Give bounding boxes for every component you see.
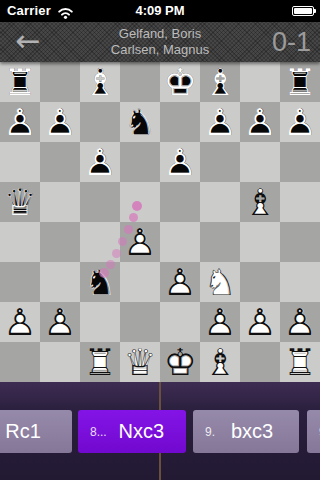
game-header: ← Gelfand, Boris Carlsen, Magnus 0-1 (0, 22, 320, 62)
square-d3[interactable] (120, 262, 160, 302)
players-title: Gelfand, Boris Carlsen, Magnus (60, 26, 260, 58)
square-c4[interactable] (80, 222, 120, 262)
piece-white-bishop[interactable]: ♝♗ (240, 182, 280, 222)
square-e2[interactable] (160, 302, 200, 342)
square-b8[interactable] (40, 62, 80, 102)
square-a1[interactable] (0, 342, 40, 382)
square-g4[interactable] (240, 222, 280, 262)
square-b5[interactable] (40, 182, 80, 222)
square-h6[interactable] (280, 142, 320, 182)
square-d4[interactable]: ♟♙ (120, 222, 160, 262)
square-e1[interactable]: ♚♔ (160, 342, 200, 382)
piece-black-king[interactable]: ♚♔ (160, 62, 200, 102)
square-d5[interactable] (120, 182, 160, 222)
piece-white-rook[interactable]: ♜♖ (280, 342, 320, 382)
square-g8[interactable] (240, 62, 280, 102)
clock-label: 4:09 PM (0, 3, 320, 18)
piece-black-pawn[interactable]: ♟♙ (280, 102, 320, 142)
piece-white-queen[interactable]: ♛♕ (120, 342, 160, 382)
move-chip-9[interactable]: 9 (307, 410, 320, 453)
square-a4[interactable] (0, 222, 40, 262)
piece-white-pawn[interactable]: ♟♙ (240, 302, 280, 342)
square-c7[interactable] (80, 102, 120, 142)
battery-icon (292, 6, 314, 16)
square-e8[interactable]: ♚♔ (160, 62, 200, 102)
square-f4[interactable] (200, 222, 240, 262)
piece-black-knight[interactable]: ♞♘ (120, 102, 160, 142)
back-button[interactable]: ← (6, 22, 50, 62)
move-number: 9. (193, 425, 215, 439)
square-a7[interactable]: ♟♙ (0, 102, 40, 142)
square-h2[interactable]: ♟♙ (280, 302, 320, 342)
square-g1[interactable] (240, 342, 280, 382)
chess-board[interactable]: ♜♖♝♗♚♔♝♗♜♖♟♙♟♙♞♘♟♙♟♙♟♙♟♙♟♙♛♕♝♗♟♙♞♘♟♙♞♘♟♙… (0, 62, 320, 382)
piece-black-bishop[interactable]: ♝♗ (200, 62, 240, 102)
piece-white-pawn[interactable]: ♟♙ (200, 302, 240, 342)
piece-white-pawn[interactable]: ♟♙ (160, 262, 200, 302)
square-b7[interactable]: ♟♙ (40, 102, 80, 142)
square-b6[interactable] (40, 142, 80, 182)
square-f8[interactable]: ♝♗ (200, 62, 240, 102)
square-a3[interactable] (0, 262, 40, 302)
square-d2[interactable] (120, 302, 160, 342)
square-f3[interactable]: ♞♘ (200, 262, 240, 302)
square-a5[interactable]: ♛♕ (0, 182, 40, 222)
square-e3[interactable]: ♟♙ (160, 262, 200, 302)
square-b2[interactable]: ♟♙ (40, 302, 80, 342)
piece-white-king[interactable]: ♚♔ (160, 342, 200, 382)
piece-black-rook[interactable]: ♜♖ (0, 62, 40, 102)
square-h7[interactable]: ♟♙ (280, 102, 320, 142)
square-d7[interactable]: ♞♘ (120, 102, 160, 142)
black-player-name: Carlsen, Magnus (60, 42, 260, 58)
status-bar: Carrier 4:09 PM (0, 0, 320, 22)
square-a6[interactable] (0, 142, 40, 182)
piece-white-knight[interactable]: ♞♘ (200, 262, 240, 302)
square-c6[interactable]: ♟♙ (80, 142, 120, 182)
square-e4[interactable] (160, 222, 200, 262)
piece-black-pawn[interactable]: ♟♙ (200, 102, 240, 142)
square-d1[interactable]: ♛♕ (120, 342, 160, 382)
square-h4[interactable] (280, 222, 320, 262)
piece-black-pawn[interactable]: ♟♙ (80, 142, 120, 182)
piece-black-knight[interactable]: ♞♘ (80, 262, 120, 302)
square-c8[interactable]: ♝♗ (80, 62, 120, 102)
piece-white-pawn[interactable]: ♟♙ (40, 302, 80, 342)
move-number: 9 (307, 425, 320, 439)
square-b3[interactable] (40, 262, 80, 302)
back-arrow-icon: ← (6, 22, 50, 60)
piece-white-pawn[interactable]: ♟♙ (120, 222, 160, 262)
piece-black-pawn[interactable]: ♟♙ (40, 102, 80, 142)
piece-black-rook[interactable]: ♜♖ (280, 62, 320, 102)
white-player-name: Gelfand, Boris (60, 26, 260, 42)
move-chip-8Nxc3[interactable]: 8...Nxc3 (78, 410, 186, 453)
piece-black-pawn[interactable]: ♟♙ (160, 142, 200, 182)
move-chip-8Rc1[interactable]: 8.Rc1 (0, 410, 72, 453)
square-h3[interactable] (280, 262, 320, 302)
move-number: 8... (78, 425, 107, 439)
square-g6[interactable] (240, 142, 280, 182)
phone-screen: Carrier 4:09 PM ← Gelfand, Boris Carlsen… (0, 0, 320, 480)
move-chip-9bxc3[interactable]: 9.bxc3 (193, 410, 299, 453)
square-f2[interactable]: ♟♙ (200, 302, 240, 342)
square-g5[interactable]: ♝♗ (240, 182, 280, 222)
square-d6[interactable] (120, 142, 160, 182)
piece-white-pawn[interactable]: ♟♙ (280, 302, 320, 342)
square-e5[interactable] (160, 182, 200, 222)
piece-white-rook[interactable]: ♜♖ (80, 342, 120, 382)
piece-black-queen[interactable]: ♛♕ (0, 182, 40, 222)
piece-black-bishop[interactable]: ♝♗ (80, 62, 120, 102)
square-e7[interactable] (160, 102, 200, 142)
move-san: bxc3 (215, 420, 299, 443)
square-g2[interactable]: ♟♙ (240, 302, 280, 342)
piece-white-bishop[interactable]: ♝♗ (200, 342, 240, 382)
square-h8[interactable]: ♜♖ (280, 62, 320, 102)
move-san: Nxc3 (107, 420, 186, 443)
square-e6[interactable]: ♟♙ (160, 142, 200, 182)
square-h5[interactable] (280, 182, 320, 222)
piece-white-pawn[interactable]: ♟♙ (0, 302, 40, 342)
square-c2[interactable] (80, 302, 120, 342)
square-a8[interactable]: ♜♖ (0, 62, 40, 102)
game-result: 0-1 (272, 22, 311, 62)
piece-black-pawn[interactable]: ♟♙ (240, 102, 280, 142)
square-c5[interactable] (80, 182, 120, 222)
piece-black-pawn[interactable]: ♟♙ (0, 102, 40, 142)
square-c3[interactable]: ♞♘ (80, 262, 120, 302)
square-d8[interactable] (120, 62, 160, 102)
move-list-bar[interactable]: 8.Rc18...Nxc39.bxc39 (0, 382, 320, 480)
square-b4[interactable] (40, 222, 80, 262)
square-f6[interactable] (200, 142, 240, 182)
square-h1[interactable]: ♜♖ (280, 342, 320, 382)
square-f7[interactable]: ♟♙ (200, 102, 240, 142)
square-f1[interactable]: ♝♗ (200, 342, 240, 382)
square-g7[interactable]: ♟♙ (240, 102, 280, 142)
move-san: Rc1 (0, 420, 72, 443)
square-f5[interactable] (200, 182, 240, 222)
square-c1[interactable]: ♜♖ (80, 342, 120, 382)
square-a2[interactable]: ♟♙ (0, 302, 40, 342)
square-b1[interactable] (40, 342, 80, 382)
square-g3[interactable] (240, 262, 280, 302)
